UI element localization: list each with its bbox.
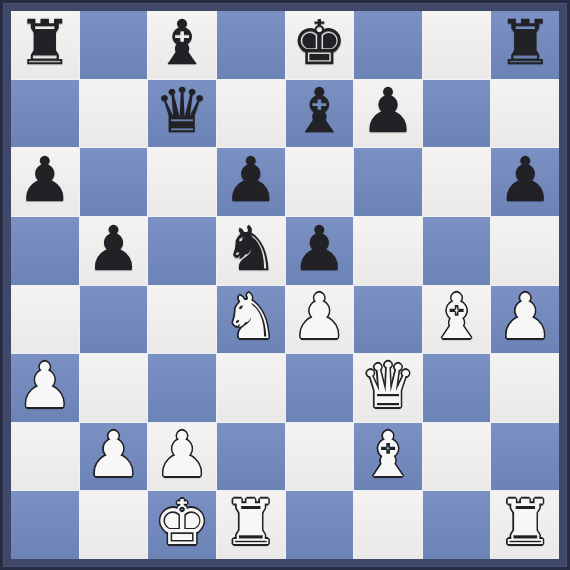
white-pawn[interactable]: ♟ bbox=[154, 424, 210, 486]
square-d7[interactable] bbox=[217, 80, 285, 148]
square-h3[interactable] bbox=[491, 354, 559, 422]
square-g5[interactable] bbox=[423, 217, 491, 285]
square-c7[interactable]: ♛ bbox=[148, 80, 216, 148]
square-h2[interactable] bbox=[491, 423, 559, 491]
square-a3[interactable]: ♟ bbox=[11, 354, 79, 422]
square-h6[interactable]: ♟ bbox=[491, 148, 559, 216]
square-h8[interactable]: ♜ bbox=[491, 11, 559, 79]
black-pawn[interactable]: ♟ bbox=[17, 149, 73, 211]
square-f4[interactable] bbox=[354, 286, 422, 354]
square-d4[interactable]: ♞ bbox=[217, 286, 285, 354]
square-c6[interactable] bbox=[148, 148, 216, 216]
square-f2[interactable]: ♝ bbox=[354, 423, 422, 491]
square-f5[interactable] bbox=[354, 217, 422, 285]
square-b3[interactable] bbox=[80, 354, 148, 422]
square-f8[interactable] bbox=[354, 11, 422, 79]
square-h4[interactable]: ♟ bbox=[491, 286, 559, 354]
square-a8[interactable]: ♜ bbox=[11, 11, 79, 79]
black-bishop[interactable]: ♝ bbox=[292, 80, 348, 142]
square-b5[interactable]: ♟ bbox=[80, 217, 148, 285]
black-pawn[interactable]: ♟ bbox=[223, 149, 279, 211]
white-pawn[interactable]: ♟ bbox=[17, 355, 73, 417]
square-b1[interactable] bbox=[80, 491, 148, 559]
white-queen[interactable]: ♛ bbox=[360, 355, 416, 417]
square-b4[interactable] bbox=[80, 286, 148, 354]
black-pawn[interactable]: ♟ bbox=[497, 149, 553, 211]
square-c3[interactable] bbox=[148, 354, 216, 422]
square-a4[interactable] bbox=[11, 286, 79, 354]
square-e5[interactable]: ♟ bbox=[286, 217, 354, 285]
square-c8[interactable]: ♝ bbox=[148, 11, 216, 79]
square-a1[interactable] bbox=[11, 491, 79, 559]
white-knight[interactable]: ♞ bbox=[223, 286, 279, 348]
square-h7[interactable] bbox=[491, 80, 559, 148]
square-a7[interactable] bbox=[11, 80, 79, 148]
square-c4[interactable] bbox=[148, 286, 216, 354]
black-rook[interactable]: ♜ bbox=[17, 12, 73, 74]
black-pawn[interactable]: ♟ bbox=[292, 218, 348, 280]
white-pawn[interactable]: ♟ bbox=[86, 424, 142, 486]
square-f1[interactable] bbox=[354, 491, 422, 559]
square-g1[interactable] bbox=[423, 491, 491, 559]
white-rook[interactable]: ♜ bbox=[497, 492, 553, 554]
square-d1[interactable]: ♜ bbox=[217, 491, 285, 559]
square-h1[interactable]: ♜ bbox=[491, 491, 559, 559]
black-pawn[interactable]: ♟ bbox=[86, 218, 142, 280]
square-g7[interactable] bbox=[423, 80, 491, 148]
white-pawn[interactable]: ♟ bbox=[497, 286, 553, 348]
square-b8[interactable] bbox=[80, 11, 148, 79]
white-rook[interactable]: ♜ bbox=[223, 492, 279, 554]
white-pawn[interactable]: ♟ bbox=[292, 286, 348, 348]
square-e3[interactable] bbox=[286, 354, 354, 422]
square-f7[interactable]: ♟ bbox=[354, 80, 422, 148]
square-c2[interactable]: ♟ bbox=[148, 423, 216, 491]
square-g3[interactable] bbox=[423, 354, 491, 422]
square-e2[interactable] bbox=[286, 423, 354, 491]
black-rook[interactable]: ♜ bbox=[497, 12, 553, 74]
square-a5[interactable] bbox=[11, 217, 79, 285]
board-frame: ♜♝♚♜♛♝♟♟♟♟♟♞♟♞♟♝♟♟♛♟♟♝♚♜♜ bbox=[0, 0, 570, 570]
chess-board: ♜♝♚♜♛♝♟♟♟♟♟♞♟♞♟♝♟♟♛♟♟♝♚♜♜ bbox=[11, 11, 559, 559]
square-g6[interactable] bbox=[423, 148, 491, 216]
square-b6[interactable] bbox=[80, 148, 148, 216]
black-knight[interactable]: ♞ bbox=[223, 218, 279, 280]
black-bishop[interactable]: ♝ bbox=[154, 12, 210, 74]
square-d2[interactable] bbox=[217, 423, 285, 491]
square-f6[interactable] bbox=[354, 148, 422, 216]
square-g8[interactable] bbox=[423, 11, 491, 79]
square-d3[interactable] bbox=[217, 354, 285, 422]
square-c1[interactable]: ♚ bbox=[148, 491, 216, 559]
square-c5[interactable] bbox=[148, 217, 216, 285]
square-a2[interactable] bbox=[11, 423, 79, 491]
square-e8[interactable]: ♚ bbox=[286, 11, 354, 79]
square-b7[interactable] bbox=[80, 80, 148, 148]
square-e7[interactable]: ♝ bbox=[286, 80, 354, 148]
black-pawn[interactable]: ♟ bbox=[360, 80, 416, 142]
square-e6[interactable] bbox=[286, 148, 354, 216]
black-queen[interactable]: ♛ bbox=[154, 80, 210, 142]
black-king[interactable]: ♚ bbox=[292, 12, 348, 74]
square-g4[interactable]: ♝ bbox=[423, 286, 491, 354]
white-king[interactable]: ♚ bbox=[154, 492, 210, 554]
square-e4[interactable]: ♟ bbox=[286, 286, 354, 354]
square-a6[interactable]: ♟ bbox=[11, 148, 79, 216]
square-d8[interactable] bbox=[217, 11, 285, 79]
square-g2[interactable] bbox=[423, 423, 491, 491]
square-b2[interactable]: ♟ bbox=[80, 423, 148, 491]
square-e1[interactable] bbox=[286, 491, 354, 559]
square-d5[interactable]: ♞ bbox=[217, 217, 285, 285]
white-bishop[interactable]: ♝ bbox=[429, 286, 485, 348]
white-bishop[interactable]: ♝ bbox=[360, 424, 416, 486]
square-f3[interactable]: ♛ bbox=[354, 354, 422, 422]
square-d6[interactable]: ♟ bbox=[217, 148, 285, 216]
square-h5[interactable] bbox=[491, 217, 559, 285]
